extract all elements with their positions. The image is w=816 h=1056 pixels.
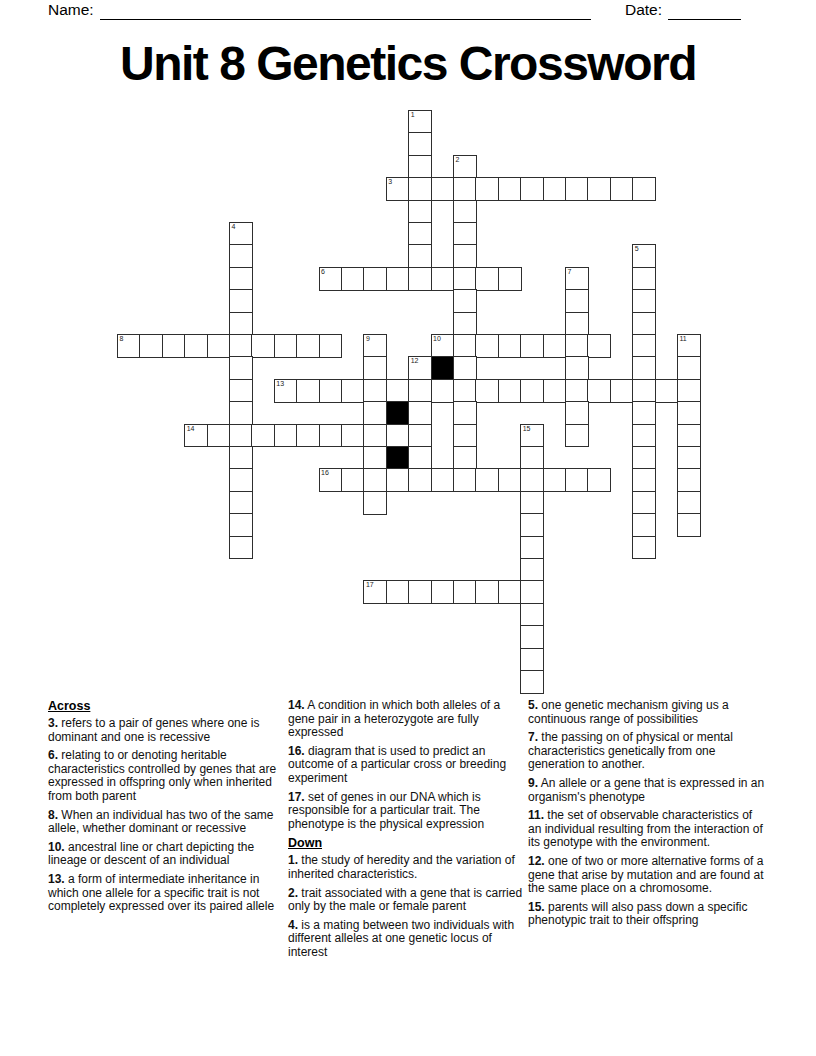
clue-item: 15. parents will also pass down a specif… [528,901,768,928]
clue-item: 10. ancestral line or chart depicting th… [48,841,288,868]
answer-cell[interactable] [520,536,544,560]
answer-cell[interactable] [453,424,477,448]
answer-cell[interactable] [431,580,455,604]
clue-item-number: 16. [288,744,305,758]
clue-item-number: 8. [48,808,58,822]
answer-cell[interactable]: 7 [565,267,589,291]
answer-cell[interactable] [274,334,298,358]
answer-cell[interactable] [498,468,522,492]
answer-cell[interactable] [431,267,455,291]
answer-cell[interactable] [386,267,410,291]
answer-cell[interactable]: 9 [363,334,387,358]
answer-cell[interactable] [363,401,387,425]
answer-cell[interactable] [453,244,477,268]
clue-item-number: 7. [528,730,538,744]
answer-cell[interactable] [632,424,656,448]
answer-cell[interactable] [251,424,275,448]
answer-cell[interactable] [408,446,432,470]
answer-cell[interactable] [520,468,544,492]
answer-cell[interactable] [229,379,253,403]
answer-cell[interactable] [453,222,477,246]
answer-cell[interactable] [363,468,387,492]
answer-cell[interactable] [408,132,432,156]
clue-number-label: 12 [411,357,419,365]
answer-cell[interactable] [632,468,656,492]
answer-cell[interactable] [520,513,544,537]
answer-cell[interactable] [677,424,701,448]
answer-cell[interactable] [632,312,656,336]
clue-item-number: 14. [288,698,305,712]
answer-cell[interactable] [229,513,253,537]
answer-cell[interactable] [520,177,544,201]
name-blank-line[interactable] [100,1,591,20]
answer-cell[interactable] [453,289,477,313]
answer-cell[interactable] [341,267,365,291]
clue-number-label: 15 [523,425,531,433]
answer-cell[interactable] [475,580,499,604]
answer-cell[interactable] [565,312,589,336]
answer-cell[interactable]: 6 [319,267,343,291]
answer-cell[interactable] [207,424,231,448]
answer-cell[interactable] [363,424,387,448]
clue-number-label: 5 [635,245,639,253]
down-header: Down [288,836,528,850]
answer-cell[interactable] [408,177,432,201]
clue-item: 12. one of two or more alternative forms… [528,855,768,896]
answer-cell[interactable] [475,379,499,403]
clue-item-number: 11. [528,808,544,822]
answer-cell[interactable] [520,491,544,515]
clue-item: 3. refers to a pair of genes where one i… [48,717,288,744]
answer-cell[interactable] [520,580,544,604]
clue-item: 13. a form of intermediate inheritance i… [48,873,288,914]
page-title: Unit 8 Genetics Crossword [0,36,816,91]
answer-cell[interactable] [632,267,656,291]
answer-cell[interactable] [632,379,656,403]
answer-cell[interactable] [363,446,387,470]
clue-item: 14. A condition in which both alleles of… [288,699,528,740]
clue-number-label: 6 [321,268,325,276]
answer-cell[interactable] [543,379,567,403]
answer-cell[interactable] [565,356,589,380]
answer-cell[interactable] [408,401,432,425]
clue-item: 2. trait associated with a gene that is … [288,887,528,914]
answer-cell[interactable] [587,177,611,201]
answer-cell[interactable] [520,446,544,470]
clue-number-label: 7 [568,268,572,276]
answer-cell[interactable] [475,468,499,492]
answer-cell[interactable] [341,468,365,492]
answer-cell[interactable] [632,177,656,201]
answer-cell[interactable] [408,379,432,403]
answer-cell[interactable] [229,267,253,291]
answer-cell[interactable] [386,379,410,403]
answer-cell[interactable] [475,334,499,358]
answer-cell[interactable] [498,177,522,201]
answer-cell[interactable] [453,379,477,403]
answer-cell[interactable] [610,379,634,403]
clue-number-label: 2 [456,156,460,164]
answer-cell[interactable]: 4 [229,222,253,246]
answer-cell[interactable] [565,401,589,425]
answer-cell[interactable] [632,446,656,470]
answer-cell[interactable] [363,267,387,291]
answer-cell[interactable]: 3 [386,177,410,201]
answer-cell[interactable] [319,424,343,448]
answer-cell[interactable] [520,558,544,582]
answer-cell[interactable] [296,424,320,448]
answer-cell[interactable] [632,536,656,560]
clue-number-label: 4 [232,223,236,231]
answer-cell[interactable] [677,468,701,492]
answer-cell[interactable] [520,648,544,672]
answer-cell[interactable] [408,468,432,492]
answer-cell[interactable]: 17 [363,580,387,604]
answer-cell[interactable] [453,312,477,336]
answer-cell[interactable]: 16 [319,468,343,492]
answer-cell[interactable] [520,379,544,403]
answer-cell[interactable] [207,334,231,358]
answer-cell[interactable] [632,513,656,537]
answer-cell[interactable] [408,580,432,604]
answer-cell[interactable] [408,267,432,291]
answer-cell[interactable] [677,401,701,425]
answer-cell[interactable] [520,603,544,627]
answer-cell[interactable] [498,334,522,358]
answer-cell[interactable] [453,334,477,358]
clue-number-label: 13 [276,380,284,388]
answer-cell[interactable] [363,356,387,380]
answer-cell[interactable] [632,289,656,313]
answer-cell[interactable] [229,312,253,336]
answer-cell[interactable] [565,379,589,403]
clues-column-3: 5. one genetic mechanism giving us a con… [528,699,768,933]
answer-cell[interactable] [431,177,455,201]
clue-number-label: 9 [366,335,370,343]
answer-cell[interactable] [139,334,163,358]
answer-cell[interactable]: 10 [431,334,455,358]
answer-cell[interactable]: 11 [677,334,701,358]
answer-cell[interactable] [520,670,544,694]
clue-item: 16. diagram that is used to predict an o… [288,745,528,786]
clue-number-label: 10 [433,335,441,343]
clue-number-label: 16 [321,469,329,477]
clue-number-label: 11 [680,335,687,343]
answer-cell[interactable] [632,401,656,425]
answer-cell[interactable] [498,379,522,403]
answer-cell[interactable] [677,491,701,515]
answer-cell[interactable] [610,177,634,201]
answer-cell[interactable] [587,334,611,358]
answer-cell[interactable] [296,334,320,358]
answer-cell[interactable] [229,289,253,313]
clues-column-1: Across3. refers to a pair of genes where… [48,699,288,919]
answer-cell[interactable] [587,468,611,492]
answer-cell[interactable] [319,379,343,403]
answer-cell[interactable] [632,356,656,380]
clue-item: 5. one genetic mechanism giving us a con… [528,699,768,726]
clue-item: 17. set of genes in our DNA which is res… [288,791,528,832]
answer-cell[interactable] [319,334,343,358]
clue-item-number: 3. [48,716,58,730]
worksheet-page: Name: Date: Unit 8 Genetics Crossword 12… [0,0,816,1056]
answer-cell[interactable] [475,267,499,291]
answer-cell[interactable] [565,468,589,492]
answer-cell[interactable]: 2 [453,155,477,179]
clue-item: 8. When an individual has two of the sam… [48,809,288,836]
answer-cell[interactable] [408,200,432,224]
answer-cell[interactable] [453,446,477,470]
answer-cell[interactable] [655,379,679,403]
clue-item-number: 6. [48,748,58,762]
answer-cell[interactable] [229,356,253,380]
answer-cell[interactable] [341,379,365,403]
answer-cell[interactable] [453,177,477,201]
answer-cell[interactable] [677,513,701,537]
answer-cell[interactable] [632,334,656,358]
clue-item: 9. An allele or a gene that is expressed… [528,777,768,804]
answer-cell[interactable]: 14 [184,424,208,448]
clue-item-number: 15. [528,900,545,914]
answer-cell[interactable] [677,446,701,470]
clue-item: 11. the set of observable characteristic… [528,809,768,850]
answer-cell[interactable] [520,334,544,358]
answer-cell[interactable] [386,468,410,492]
answer-cell[interactable] [229,334,253,358]
date-blank-line[interactable] [668,1,741,20]
clue-item-number: 9. [528,776,538,790]
answer-cell[interactable] [677,356,701,380]
answer-cell[interactable] [453,580,477,604]
answer-cell[interactable]: 13 [274,379,298,403]
answer-cell[interactable] [565,177,589,201]
answer-cell[interactable] [565,334,589,358]
answer-cell[interactable] [408,155,432,179]
clue-item-number: 10. [48,840,65,854]
answer-cell[interactable]: 8 [117,334,141,358]
answer-cell[interactable] [408,222,432,246]
answer-cell[interactable] [520,625,544,649]
answer-cell[interactable]: 12 [408,356,432,380]
clue-number-label: 3 [388,178,392,186]
clue-item-number: 4. [288,918,298,932]
answer-cell[interactable] [565,289,589,313]
clue-item-number: 2. [288,886,298,900]
answer-cell[interactable] [229,424,253,448]
answer-cell[interactable] [453,356,477,380]
clue-item-number: 1. [288,853,298,867]
answer-cell[interactable] [498,267,522,291]
answer-cell[interactable]: 5 [632,244,656,268]
answer-cell[interactable]: 15 [520,424,544,448]
answer-cell[interactable] [251,334,275,358]
black-cell [431,356,455,380]
name-label: Name: [48,1,94,19]
clue-number-label: 8 [120,335,124,343]
clue-item-number: 17. [288,790,305,804]
answer-cell[interactable] [363,491,387,515]
answer-cell[interactable] [386,424,410,448]
answer-cell[interactable] [632,491,656,515]
black-cell [386,401,410,425]
answer-cell[interactable] [431,379,455,403]
black-cell [386,446,410,470]
clue-item: 1. the study of heredity and the variati… [288,854,528,881]
answer-cell[interactable] [296,379,320,403]
answer-cell[interactable] [184,334,208,358]
answer-cell[interactable] [677,379,701,403]
answer-cell[interactable] [475,177,499,201]
clue-number-label: 1 [411,111,415,119]
answer-cell[interactable] [431,468,455,492]
answer-cell[interactable] [274,424,298,448]
answer-cell[interactable] [543,334,567,358]
answer-cell[interactable] [565,424,589,448]
answer-cell[interactable] [229,446,253,470]
answer-cell[interactable] [229,468,253,492]
clue-item: 6. relating to or denoting heritable cha… [48,749,288,803]
answer-cell[interactable] [386,580,410,604]
answer-cell[interactable] [543,468,567,492]
answer-cell[interactable] [543,177,567,201]
answer-cell[interactable] [162,334,186,358]
answer-cell[interactable] [498,580,522,604]
answer-cell[interactable] [408,244,432,268]
answer-cell[interactable] [363,379,387,403]
clue-item: 4. is a mating between two individuals w… [288,919,528,960]
answer-cell[interactable] [453,468,477,492]
clue-item: 7. the passing on of physical or mental … [528,731,768,772]
answer-cell[interactable] [453,401,477,425]
answer-cell[interactable] [341,424,365,448]
clue-item-number: 5. [528,698,538,712]
clues-column-2: 14. A condition in which both alleles of… [288,699,528,965]
answer-cell[interactable] [229,244,253,268]
answer-cell[interactable] [229,401,253,425]
answer-cell[interactable]: 1 [408,110,432,134]
date-label: Date: [625,1,662,19]
clue-item-number: 13. [48,872,65,886]
clue-item-number: 12. [528,854,545,868]
across-header: Across [48,699,288,713]
answer-cell[interactable] [229,536,253,560]
answer-cell[interactable] [229,491,253,515]
answer-cell[interactable] [453,267,477,291]
answer-cell[interactable] [587,379,611,403]
answer-cell[interactable] [408,424,432,448]
clue-number-label: 17 [366,581,374,589]
answer-cell[interactable] [453,200,477,224]
clue-number-label: 14 [187,425,195,433]
